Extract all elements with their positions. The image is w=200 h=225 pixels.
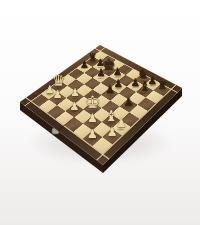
photo-area: ♜♟♚♟♟♝♟♟♟♟♟♞♟♜♛♟♚♝♟♟♟♟♟♟♟ bbox=[0, 0, 200, 225]
product-photo: ♜♟♚♟♟♝♟♟♟♟♟♞♟♜♛♟♚♝♟♟♟♟♟♟♟ bbox=[0, 0, 200, 225]
